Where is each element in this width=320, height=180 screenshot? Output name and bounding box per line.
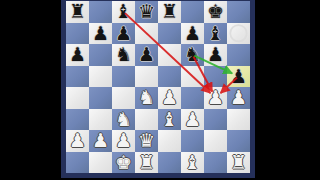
black-king[interactable]: ♚ [204,1,227,23]
square-a7[interactable] [66,23,89,45]
square-e4[interactable]: ♟ [158,87,181,109]
white-pawn[interactable]: ♟ [158,87,181,109]
square-d5[interactable] [135,66,158,88]
square-b8[interactable] [89,1,112,23]
square-c2[interactable]: ♟ [112,130,135,152]
chess-board[interactable]: ♜♝♛♜♚♟♟♟♝♟♞♟♞♟♟♞♟♟♟♞♝♟♟♟♟♛♚♜♝♜ [61,0,255,178]
square-e7[interactable] [158,23,181,45]
square-h5[interactable]: ♟ [227,66,250,88]
square-d2[interactable]: ♛ [135,130,158,152]
black-pawn[interactable]: ♟ [204,44,227,66]
square-a5[interactable] [66,66,89,88]
square-f4[interactable] [181,87,204,109]
square-d8[interactable]: ♛ [135,1,158,23]
board-squares[interactable]: ♜♝♛♜♚♟♟♟♝♟♞♟♞♟♟♞♟♟♟♞♝♟♟♟♟♛♚♜♝♜ [66,1,250,173]
square-g8[interactable]: ♚ [204,1,227,23]
square-h4[interactable]: ♟ [227,87,250,109]
white-pawn[interactable]: ♟ [227,87,250,109]
square-e8[interactable]: ♜ [158,1,181,23]
square-d4[interactable]: ♞ [135,87,158,109]
white-knight[interactable]: ♞ [135,87,158,109]
square-d1[interactable]: ♜ [135,152,158,174]
black-knight[interactable]: ♞ [181,44,204,66]
square-f3[interactable]: ♟ [181,109,204,131]
square-h1[interactable]: ♜ [227,152,250,174]
square-b3[interactable] [89,109,112,131]
square-c5[interactable] [112,66,135,88]
square-h7[interactable] [227,23,250,45]
square-f5[interactable] [181,66,204,88]
black-bishop[interactable]: ♝ [112,1,135,23]
square-g5[interactable] [204,66,227,88]
white-bishop[interactable]: ♝ [158,109,181,131]
square-f8[interactable] [181,1,204,23]
square-e1[interactable] [158,152,181,174]
square-a1[interactable] [66,152,89,174]
square-g4[interactable]: ♟ [204,87,227,109]
white-pawn[interactable]: ♟ [66,130,89,152]
black-queen[interactable]: ♛ [135,1,158,23]
black-pawn[interactable]: ♟ [135,44,158,66]
black-rook[interactable]: ♜ [158,1,181,23]
square-a3[interactable] [66,109,89,131]
square-e6[interactable] [158,44,181,66]
square-d3[interactable] [135,109,158,131]
square-g2[interactable] [204,130,227,152]
square-h3[interactable] [227,109,250,131]
square-c3[interactable]: ♞ [112,109,135,131]
square-d6[interactable]: ♟ [135,44,158,66]
white-queen[interactable]: ♛ [135,130,158,152]
square-h8[interactable] [227,1,250,23]
white-pawn[interactable]: ♟ [112,130,135,152]
white-king[interactable]: ♚ [112,152,135,174]
white-rook[interactable]: ♜ [227,152,250,174]
square-c7[interactable]: ♟ [112,23,135,45]
square-b6[interactable] [89,44,112,66]
video-frame: ♜♝♛♜♚♟♟♟♝♟♞♟♞♟♟♞♟♟♟♞♝♟♟♟♟♛♚♜♝♜ [0,0,320,180]
square-c6[interactable]: ♞ [112,44,135,66]
square-g7[interactable]: ♝ [204,23,227,45]
black-bishop[interactable]: ♝ [204,23,227,45]
square-c4[interactable] [112,87,135,109]
black-knight[interactable]: ♞ [112,44,135,66]
square-a6[interactable]: ♟ [66,44,89,66]
square-a8[interactable]: ♜ [66,1,89,23]
white-knight[interactable]: ♞ [112,109,135,131]
black-pawn[interactable]: ♟ [89,23,112,45]
white-pawn[interactable]: ♟ [89,130,112,152]
black-pawn[interactable]: ♟ [112,23,135,45]
square-e5[interactable] [158,66,181,88]
square-e3[interactable]: ♝ [158,109,181,131]
white-bishop[interactable]: ♝ [181,152,204,174]
square-d7[interactable] [135,23,158,45]
square-b2[interactable]: ♟ [89,130,112,152]
square-h2[interactable] [227,130,250,152]
square-b4[interactable] [89,87,112,109]
square-a4[interactable] [66,87,89,109]
black-pawn[interactable]: ♟ [227,66,250,88]
square-h6[interactable] [227,44,250,66]
black-pawn[interactable]: ♟ [66,44,89,66]
square-f2[interactable] [181,130,204,152]
square-g6[interactable]: ♟ [204,44,227,66]
white-rook[interactable]: ♜ [135,152,158,174]
square-g3[interactable] [204,109,227,131]
square-b5[interactable] [89,66,112,88]
white-pawn[interactable]: ♟ [181,109,204,131]
square-f6[interactable]: ♞ [181,44,204,66]
square-b7[interactable]: ♟ [89,23,112,45]
square-c8[interactable]: ♝ [112,1,135,23]
white-pawn[interactable]: ♟ [204,87,227,109]
square-b1[interactable] [89,152,112,174]
square-f1[interactable]: ♝ [181,152,204,174]
square-f7[interactable]: ♟ [181,23,204,45]
black-pawn[interactable]: ♟ [181,23,204,45]
square-c1[interactable]: ♚ [112,152,135,174]
square-g1[interactable] [204,152,227,174]
square-a2[interactable]: ♟ [66,130,89,152]
black-rook[interactable]: ♜ [66,1,89,23]
square-e2[interactable] [158,130,181,152]
